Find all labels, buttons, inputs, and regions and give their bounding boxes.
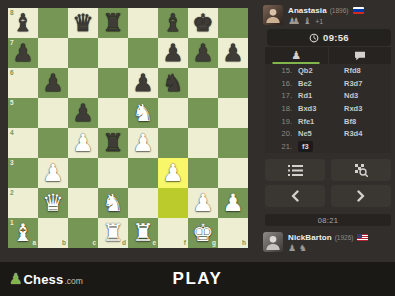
move-number: 15.	[279, 66, 292, 75]
black-king[interactable]: ♚	[188, 8, 218, 38]
white-pawn[interactable]: ♟	[218, 188, 248, 218]
player-top-row[interactable]: Anastasia (1896) ♟♟♝+1	[263, 5, 364, 26]
square-h3[interactable]	[218, 158, 248, 188]
chess-app-screen: 8♝♛♜♝♚7♟♟♟♟6♟♟♞5♟♞4♟♜♟3♟♟2♛♞♟♟1a♝bcd♜e♜f…	[0, 0, 395, 296]
square-a7[interactable]: 7♟	[8, 38, 38, 68]
player-bottom-rating: (1926)	[335, 234, 354, 241]
square-h8[interactable]	[218, 8, 248, 38]
white-knight[interactable]: ♞	[128, 98, 158, 128]
clock-icon	[309, 33, 319, 43]
promo-footer: ♟ Chess .com PLAY	[0, 262, 395, 296]
move-row-20: 20.Ne5R3d4	[265, 127, 391, 140]
white-move[interactable]: Be2	[298, 79, 338, 88]
move-list-button[interactable]	[265, 159, 325, 181]
usa-flag-icon	[357, 234, 368, 241]
square-a8[interactable]: 8♝	[8, 8, 38, 38]
square-a5[interactable]: 5	[8, 98, 38, 128]
square-h4[interactable]	[218, 128, 248, 158]
black-pawn[interactable]: ♟	[38, 68, 68, 98]
black-pawn[interactable]: ♟	[128, 68, 158, 98]
white-rook[interactable]: ♜	[98, 218, 128, 248]
top-clock-time: 09:56	[323, 32, 349, 43]
chess-board: 8♝♛♜♝♚7♟♟♟♟6♟♟♞5♟♞4♟♜♟3♟♟2♛♞♟♟1a♝bcd♜e♜f…	[8, 8, 248, 248]
captured-pieces-top: ♟♟♝+1	[288, 16, 364, 26]
move-number: 17.	[279, 91, 292, 100]
rank-label: 5	[10, 100, 14, 107]
captured-bishop-icon: ♝	[303, 17, 311, 26]
logo-text: Chess	[23, 272, 63, 287]
back-button[interactable]	[265, 185, 325, 207]
square-b7[interactable]	[38, 38, 68, 68]
move-number: 20.	[279, 129, 292, 138]
file-label: f	[184, 240, 186, 247]
white-knight[interactable]: ♞	[98, 188, 128, 218]
white-pawn[interactable]: ♟	[188, 188, 218, 218]
square-g3[interactable]	[188, 158, 218, 188]
square-b8[interactable]	[38, 8, 68, 38]
move-number: 16.	[279, 79, 292, 88]
move-number: 19.	[279, 117, 292, 126]
player-top-rating: (1896)	[330, 7, 349, 14]
rank-label: 2	[10, 190, 14, 197]
selected-move-chip[interactable]: f3	[298, 141, 313, 152]
board-search-icon	[354, 163, 368, 177]
file-label: c	[92, 240, 96, 247]
player-bottom-name: NickBarton	[288, 233, 332, 242]
square-e7[interactable]	[128, 38, 158, 68]
square-d8[interactable]: ♜	[98, 8, 128, 38]
white-move[interactable]: Bxd3	[298, 104, 338, 113]
tab-moves[interactable]: ♟	[265, 47, 328, 64]
black-move[interactable]: Rfd8	[344, 66, 384, 75]
white-rook[interactable]: ♜	[128, 218, 158, 248]
square-d1[interactable]: d♜	[98, 218, 128, 248]
square-h2[interactable]: ♟	[218, 188, 248, 218]
square-e6[interactable]: ♟	[128, 68, 158, 98]
black-bishop[interactable]: ♝	[158, 8, 188, 38]
player-top-name: Anastasia	[288, 6, 327, 15]
square-g7[interactable]: ♟	[188, 38, 218, 68]
square-a6[interactable]: 6	[8, 68, 38, 98]
black-knight[interactable]: ♞	[158, 68, 188, 98]
black-pawn[interactable]: ♟	[8, 38, 38, 68]
material-advantage: +1	[315, 18, 323, 25]
white-queen[interactable]: ♛	[38, 188, 68, 218]
square-f3[interactable]: ♟	[158, 158, 188, 188]
square-e1[interactable]: e♜	[128, 218, 158, 248]
black-move[interactable]: Bf8	[344, 117, 384, 126]
pawn-icon: ♟	[291, 50, 301, 61]
square-e8[interactable]	[128, 8, 158, 38]
white-bishop[interactable]: ♝	[8, 218, 38, 248]
move-row-19: 19.Rfe1Bf8	[265, 115, 391, 128]
white-king[interactable]: ♚	[188, 218, 218, 248]
square-b1[interactable]: b	[38, 218, 68, 248]
square-d7[interactable]	[98, 38, 128, 68]
move-row-16: 16.Be2R3d7	[265, 77, 391, 90]
avatar-anastasia	[263, 5, 283, 25]
square-h1[interactable]: h	[218, 218, 248, 248]
square-d6[interactable]	[98, 68, 128, 98]
black-move[interactable]: Nd3	[344, 91, 384, 100]
square-e4[interactable]: ♟	[128, 128, 158, 158]
move-row-17: 17.Rd1Nd3	[265, 89, 391, 102]
white-pawn[interactable]: ♟	[68, 128, 98, 158]
black-rook[interactable]: ♜	[98, 128, 128, 158]
bottom-clock-time: 08:21	[318, 216, 338, 225]
square-b4[interactable]	[38, 128, 68, 158]
black-pawn[interactable]: ♟	[218, 38, 248, 68]
square-a1[interactable]: 1a♝	[8, 218, 38, 248]
square-d3[interactable]	[98, 158, 128, 188]
square-g8[interactable]: ♚	[188, 8, 218, 38]
white-pawn[interactable]: ♟	[38, 158, 68, 188]
captured-pawn-icon: ♟	[292, 17, 300, 26]
player-bottom-row[interactable]: NickBarton (1926) ♟♞	[263, 232, 368, 253]
square-f7[interactable]: ♟	[158, 38, 188, 68]
square-c1[interactable]: c	[68, 218, 98, 248]
square-a4[interactable]: 4	[8, 128, 38, 158]
list-icon	[288, 165, 303, 176]
chesscom-logo[interactable]: ♟ Chess .com	[9, 262, 83, 296]
square-f2[interactable]	[158, 188, 188, 218]
captured-pieces-bottom: ♟♞	[288, 243, 368, 253]
logo-suffix: .com	[64, 276, 82, 286]
captured-knight-icon: ♞	[299, 244, 307, 253]
square-c2[interactable]	[68, 188, 98, 218]
square-d5[interactable]	[98, 98, 128, 128]
captured-pawn-icon: ♟	[288, 244, 296, 253]
move-row-21: 21.f3	[265, 140, 391, 153]
black-move[interactable]: R3d7	[344, 79, 384, 88]
square-c5[interactable]: ♟	[68, 98, 98, 128]
avatar-nickbarton	[263, 232, 283, 252]
white-move[interactable]: f3	[298, 142, 338, 151]
square-c8[interactable]: ♛	[68, 8, 98, 38]
rank-label: 3	[10, 160, 14, 167]
square-f4[interactable]	[158, 128, 188, 158]
square-g2[interactable]: ♟	[188, 188, 218, 218]
square-e3[interactable]	[128, 158, 158, 188]
chevron-left-icon	[290, 190, 300, 202]
rank-label: 4	[10, 130, 14, 137]
square-c7[interactable]	[68, 38, 98, 68]
logo-pawn-icon: ♟	[9, 272, 22, 287]
move-row-18: 18.Bxd3Rxd3	[265, 102, 391, 115]
move-number: 18.	[279, 104, 292, 113]
square-a2[interactable]: 2	[8, 188, 38, 218]
square-c3[interactable]	[68, 158, 98, 188]
square-f1[interactable]: f	[158, 218, 188, 248]
move-row-15: 15.Qb2Rfd8	[265, 64, 391, 77]
chevron-right-icon	[356, 190, 366, 202]
move-number: 21.	[279, 142, 292, 151]
white-move[interactable]: Ne5	[298, 129, 338, 138]
play-button[interactable]: PLAY	[173, 269, 223, 289]
black-move[interactable]: Rxd3	[344, 104, 384, 113]
square-a3[interactable]: 3	[8, 158, 38, 188]
square-g1[interactable]: g♚	[188, 218, 218, 248]
rank-label: 6	[10, 70, 14, 77]
square-d2[interactable]: ♞	[98, 188, 128, 218]
panel-tabs: ♟	[265, 47, 391, 64]
white-pawn[interactable]: ♟	[158, 158, 188, 188]
black-rook[interactable]: ♜	[98, 8, 128, 38]
file-label: b	[62, 240, 66, 247]
russia-flag-icon	[353, 7, 364, 14]
forward-button[interactable]	[331, 185, 391, 207]
black-queen[interactable]: ♛	[68, 8, 98, 38]
square-e5[interactable]: ♞	[128, 98, 158, 128]
analysis-button[interactable]	[331, 159, 391, 181]
square-g6[interactable]	[188, 68, 218, 98]
square-d4[interactable]: ♜	[98, 128, 128, 158]
square-b3[interactable]: ♟	[38, 158, 68, 188]
square-b2[interactable]: ♛	[38, 188, 68, 218]
black-pawn[interactable]: ♟	[68, 98, 98, 128]
square-h6[interactable]	[218, 68, 248, 98]
top-clock: 09:56	[267, 29, 391, 46]
white-move[interactable]: Qb2	[298, 66, 338, 75]
move-list: 15.Qb2Rfd816.Be2R3d717.Rd1Nd318.Bxd3Rxd3…	[265, 64, 391, 153]
black-bishop[interactable]: ♝	[8, 8, 38, 38]
square-f5[interactable]	[158, 98, 188, 128]
square-g4[interactable]	[188, 128, 218, 158]
square-c6[interactable]	[68, 68, 98, 98]
bottom-clock: 08:21	[265, 214, 391, 226]
square-h5[interactable]	[218, 98, 248, 128]
square-b6[interactable]: ♟	[38, 68, 68, 98]
square-b5[interactable]	[38, 98, 68, 128]
chat-bubble-icon	[354, 51, 366, 61]
right-panel: Anastasia (1896) ♟♟♝+1 09:56 ♟ 15.Qb2Rfd…	[255, 0, 395, 262]
black-pawn[interactable]: ♟	[188, 38, 218, 68]
file-label: h	[242, 240, 246, 247]
square-f8[interactable]: ♝	[158, 8, 188, 38]
white-move[interactable]: Rd1	[298, 91, 338, 100]
white-move[interactable]: Rfe1	[298, 117, 338, 126]
square-e2[interactable]	[128, 188, 158, 218]
square-f6[interactable]: ♞	[158, 68, 188, 98]
white-pawn[interactable]: ♟	[128, 128, 158, 158]
square-h7[interactable]: ♟	[218, 38, 248, 68]
black-pawn[interactable]: ♟	[158, 38, 188, 68]
square-g5[interactable]	[188, 98, 218, 128]
tab-chat[interactable]	[328, 47, 392, 64]
square-c4[interactable]: ♟	[68, 128, 98, 158]
black-move[interactable]: R3d4	[344, 129, 384, 138]
